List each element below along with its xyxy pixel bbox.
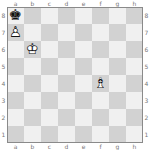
- square-h2: [126, 109, 143, 126]
- square-h4: [126, 75, 143, 92]
- square-g4: [109, 75, 126, 92]
- file-label-a-bottom: a: [7, 143, 24, 150]
- rank-label-4-right: 4: [143, 75, 150, 92]
- square-c6: [41, 41, 58, 58]
- square-e7: [75, 24, 92, 41]
- square-f7: [92, 24, 109, 41]
- file-label-b-top: b: [24, 0, 41, 7]
- white-king-icon: ♔: [24, 41, 41, 58]
- square-g7: [109, 24, 126, 41]
- file-label-d-bottom: d: [58, 143, 75, 150]
- square-e2: [75, 109, 92, 126]
- file-label-b-bottom: b: [24, 143, 41, 150]
- square-h8: [126, 7, 143, 24]
- square-b5: [24, 58, 41, 75]
- file-label-f-top: f: [92, 0, 109, 7]
- square-c5: [41, 58, 58, 75]
- square-f4: ♝♗: [92, 75, 109, 92]
- file-label-d-top: d: [58, 0, 75, 7]
- square-b2: [24, 109, 41, 126]
- square-b8: [24, 7, 41, 24]
- square-d8: [58, 7, 75, 24]
- file-label-e-top: e: [75, 0, 92, 7]
- rank-label-3-left: 3: [0, 92, 7, 109]
- white-pawn-icon: ♙: [7, 24, 24, 41]
- rank-label-5-left: 5: [0, 58, 7, 75]
- square-a6: [7, 41, 24, 58]
- square-b4: [24, 75, 41, 92]
- square-g1: [109, 126, 126, 143]
- square-c7: [41, 24, 58, 41]
- square-a5: [7, 58, 24, 75]
- white-bishop-icon: ♗: [92, 75, 109, 92]
- square-a8: ♚: [7, 7, 24, 24]
- file-label-h-top: h: [126, 0, 143, 7]
- file-label-f-bottom: f: [92, 143, 109, 150]
- square-d1: [58, 126, 75, 143]
- square-d6: [58, 41, 75, 58]
- white-king-b6: ♚♔: [24, 41, 41, 58]
- square-b7: [24, 24, 41, 41]
- square-d2: [58, 109, 75, 126]
- square-g5: [109, 58, 126, 75]
- file-label-g-bottom: g: [109, 143, 126, 150]
- square-f1: [92, 126, 109, 143]
- square-e4: [75, 75, 92, 92]
- square-f3: [92, 92, 109, 109]
- square-d5: [58, 58, 75, 75]
- square-h7: [126, 24, 143, 41]
- chess-board: ♚♟♙♚♔♝♗aabbccddeeffgghh8877665544332211: [0, 0, 150, 150]
- rank-label-5-right: 5: [143, 58, 150, 75]
- file-label-e-bottom: e: [75, 143, 92, 150]
- rank-label-1-left: 1: [0, 126, 7, 143]
- file-label-g-top: g: [109, 0, 126, 7]
- square-e6: [75, 41, 92, 58]
- square-e5: [75, 58, 92, 75]
- square-d7: [58, 24, 75, 41]
- square-b6: ♚♔: [24, 41, 41, 58]
- rank-label-8-left: 8: [0, 7, 7, 24]
- square-e3: [75, 92, 92, 109]
- square-f5: [92, 58, 109, 75]
- rank-label-3-right: 3: [143, 92, 150, 109]
- white-pawn-a7: ♟♙: [7, 24, 24, 41]
- square-a1: [7, 126, 24, 143]
- square-c1: [41, 126, 58, 143]
- square-g6: [109, 41, 126, 58]
- rank-label-7-left: 7: [0, 24, 7, 41]
- square-c8: [41, 7, 58, 24]
- file-label-h-bottom: h: [126, 143, 143, 150]
- rank-label-4-left: 4: [0, 75, 7, 92]
- rank-label-1-right: 1: [143, 126, 150, 143]
- square-g8: [109, 7, 126, 24]
- square-h1: [126, 126, 143, 143]
- square-a3: [7, 92, 24, 109]
- square-a4: [7, 75, 24, 92]
- square-d4: [58, 75, 75, 92]
- square-f2: [92, 109, 109, 126]
- black-king-a8: ♚: [7, 7, 24, 24]
- square-c4: [41, 75, 58, 92]
- square-g2: [109, 109, 126, 126]
- square-a2: [7, 109, 24, 126]
- square-h6: [126, 41, 143, 58]
- square-g3: [109, 92, 126, 109]
- rank-label-2-left: 2: [0, 109, 7, 126]
- square-f6: [92, 41, 109, 58]
- rank-label-6-right: 6: [143, 41, 150, 58]
- square-a7: ♟♙: [7, 24, 24, 41]
- square-h5: [126, 58, 143, 75]
- square-c3: [41, 92, 58, 109]
- chess-diagram: ♚♟♙♚♔♝♗aabbccddeeffgghh8877665544332211: [0, 0, 150, 150]
- black-king-icon: ♚: [7, 7, 24, 24]
- file-label-c-bottom: c: [41, 143, 58, 150]
- white-bishop-f4: ♝♗: [92, 75, 109, 92]
- square-c2: [41, 109, 58, 126]
- square-b3: [24, 92, 41, 109]
- square-b1: [24, 126, 41, 143]
- square-e8: [75, 7, 92, 24]
- square-h3: [126, 92, 143, 109]
- square-f8: [92, 7, 109, 24]
- rank-label-2-right: 2: [143, 109, 150, 126]
- rank-label-7-right: 7: [143, 24, 150, 41]
- rank-label-6-left: 6: [0, 41, 7, 58]
- square-e1: [75, 126, 92, 143]
- square-d3: [58, 92, 75, 109]
- file-label-c-top: c: [41, 0, 58, 7]
- rank-label-8-right: 8: [143, 7, 150, 24]
